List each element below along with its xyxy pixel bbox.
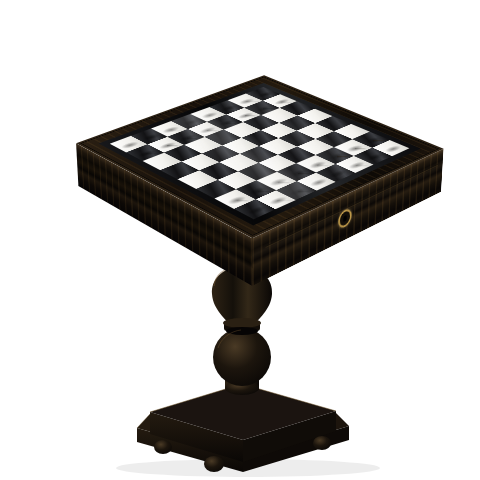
square-a1[interactable]: ♜ bbox=[234, 199, 275, 219]
drawer-keyhole[interactable] bbox=[338, 207, 352, 230]
keyhole-hole-icon bbox=[343, 215, 347, 222]
piece-gold-rook[interactable]: ♜ bbox=[236, 170, 278, 213]
chess-table-top: ♜♞♝♛♚♝♞♜♟♟♟♟♟♟♟♟♟♟♟♟♟♟♟♟♜♞♝♛♚♝♞♜ bbox=[76, 75, 444, 238]
tabletop-scene: ♜♞♝♛♚♝♞♜♟♟♟♟♟♟♟♟♟♟♟♟♟♟♟♟♜♞♝♛♚♝♞♜ bbox=[0, 0, 480, 480]
photo-stage: { "game": "chess", "scene": { "type": "p… bbox=[0, 0, 480, 480]
piece-silver-pawn[interactable]: ♟ bbox=[131, 124, 162, 156]
